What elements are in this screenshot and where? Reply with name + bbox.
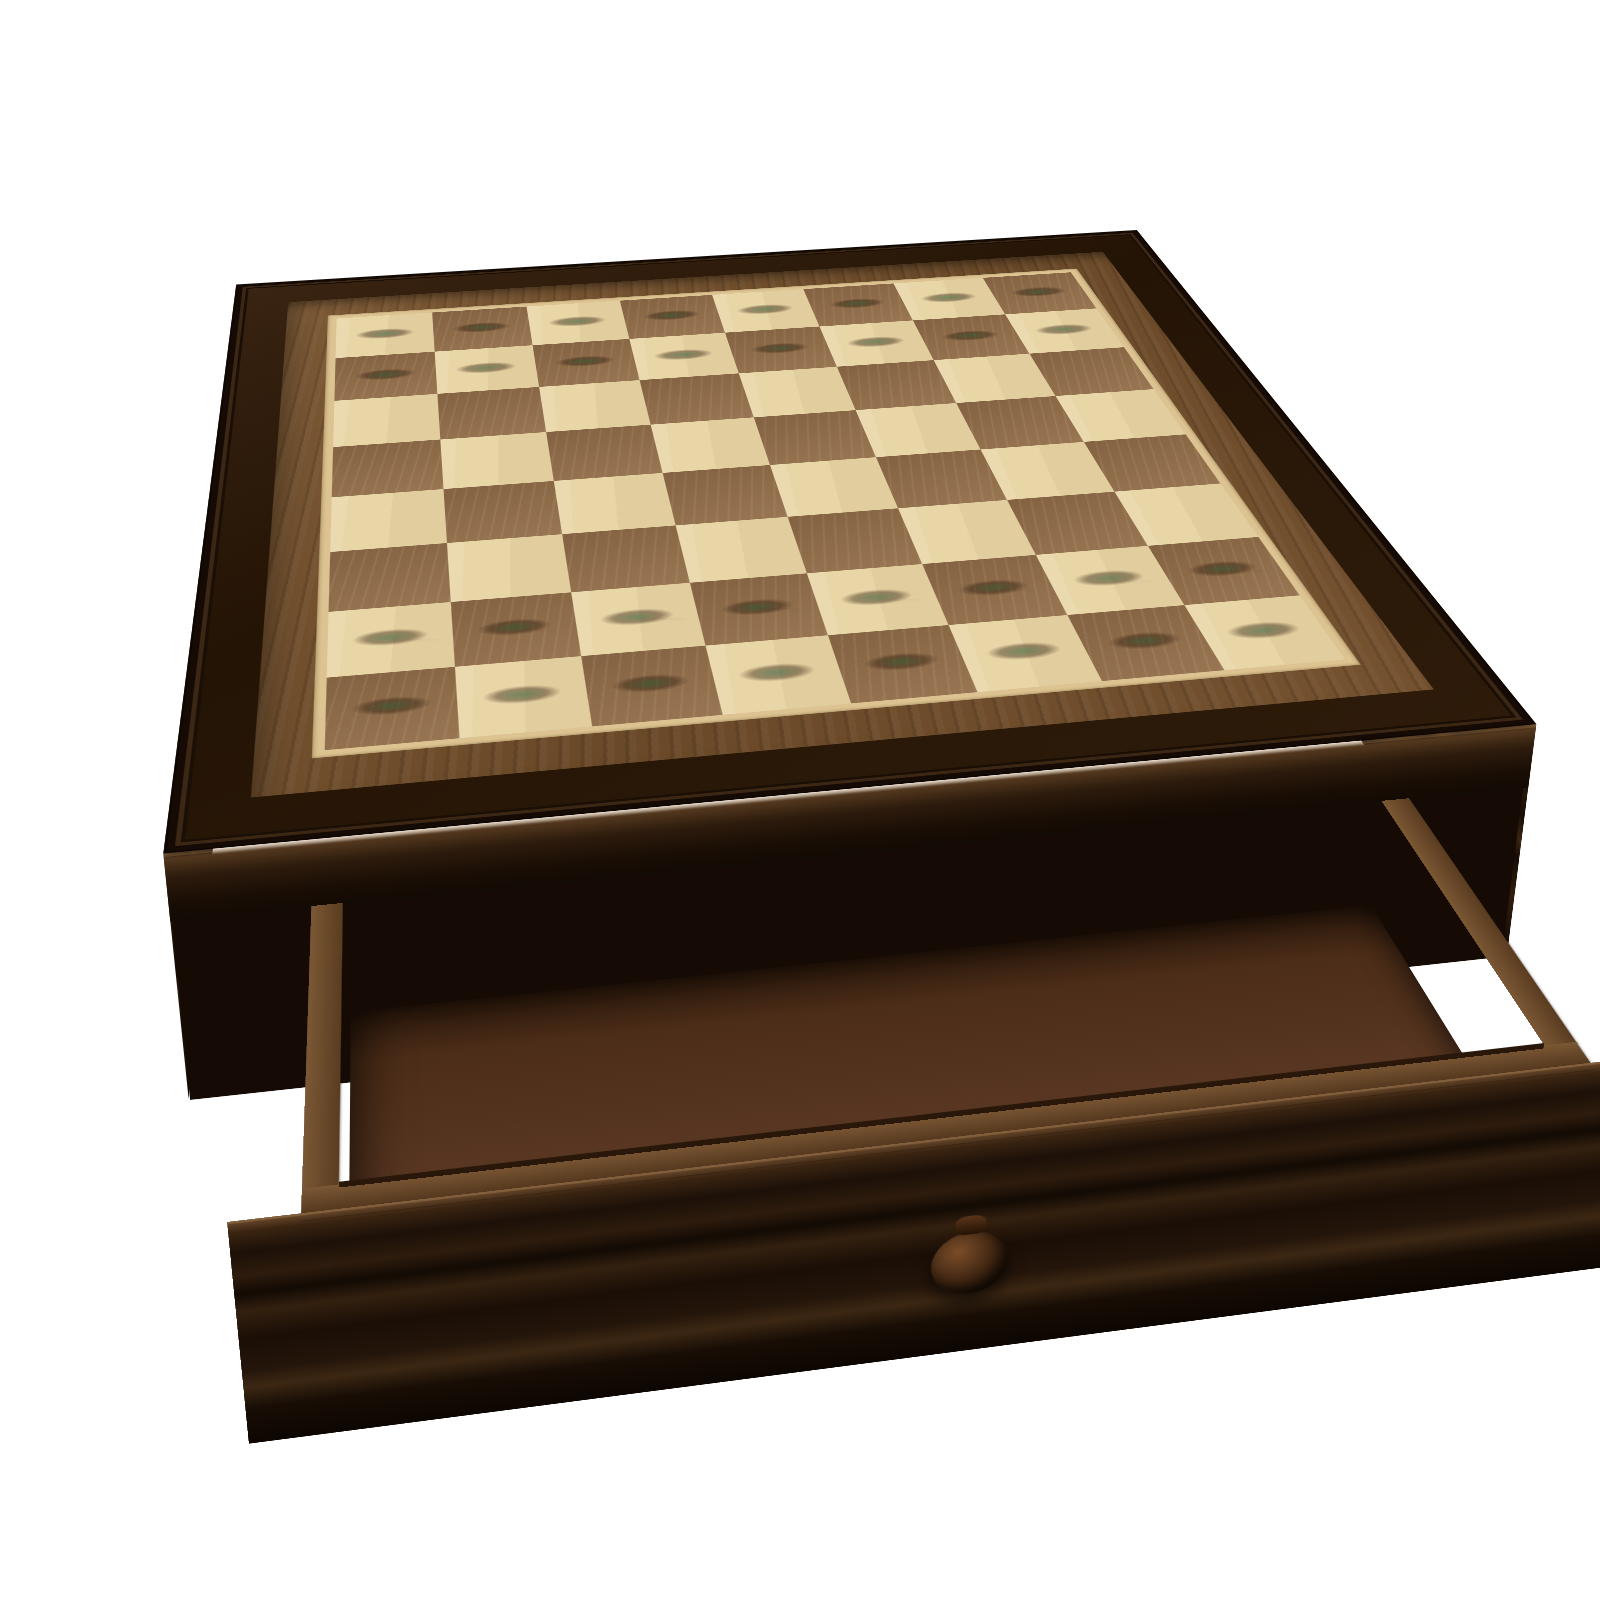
scene: ♜♞♝♚♛♝♞♜♟♟♟♟♟♟♟♟♟♟♟♟♟♟♟♟♜♞♝♚♛♝♞♜: [0, 0, 1600, 1600]
square-g3[interactable]: [437, 387, 546, 440]
square-h4[interactable]: [332, 440, 444, 498]
square-g4[interactable]: [440, 432, 553, 489]
black-rook-glyph: ♜: [283, 529, 500, 714]
drawer-knob[interactable]: [930, 1227, 1009, 1298]
white-pawn-glyph: ♟: [302, 271, 468, 382]
square-h3[interactable]: [333, 394, 440, 447]
square-f3[interactable]: [539, 380, 651, 432]
